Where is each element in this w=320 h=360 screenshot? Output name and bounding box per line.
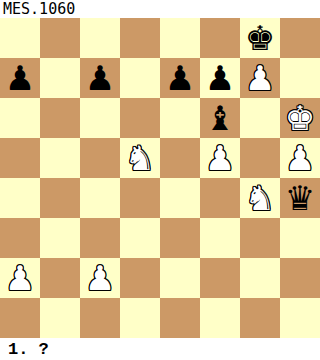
white-knight-icon: ♞ xyxy=(125,141,155,175)
square-b1[interactable] xyxy=(40,298,80,338)
square-e4[interactable] xyxy=(160,178,200,218)
square-e2[interactable] xyxy=(160,258,200,298)
diagram-title: MES.1060 xyxy=(0,0,320,18)
square-d5[interactable]: ♞ xyxy=(120,138,160,178)
square-f4[interactable] xyxy=(200,178,240,218)
black-pawn-icon: ♟ xyxy=(165,61,195,95)
square-b5[interactable] xyxy=(40,138,80,178)
square-h1[interactable] xyxy=(280,298,320,338)
black-pawn-icon: ♟ xyxy=(5,61,35,95)
square-g1[interactable] xyxy=(240,298,280,338)
white-pawn-icon: ♟ xyxy=(5,261,35,295)
square-f2[interactable] xyxy=(200,258,240,298)
square-e8[interactable] xyxy=(160,18,200,58)
square-d1[interactable] xyxy=(120,298,160,338)
square-f3[interactable] xyxy=(200,218,240,258)
square-g6[interactable] xyxy=(240,98,280,138)
black-king-icon: ♚ xyxy=(245,21,275,55)
move-prompt: 1. ? xyxy=(0,338,320,360)
square-g4[interactable]: ♞ xyxy=(240,178,280,218)
square-d3[interactable] xyxy=(120,218,160,258)
square-b3[interactable] xyxy=(40,218,80,258)
square-h4[interactable]: ♛ xyxy=(280,178,320,218)
square-a8[interactable] xyxy=(0,18,40,58)
square-e5[interactable] xyxy=(160,138,200,178)
black-pawn-icon: ♟ xyxy=(85,61,115,95)
square-f7[interactable]: ♟ xyxy=(200,58,240,98)
square-c2[interactable]: ♟ xyxy=(80,258,120,298)
black-bishop-icon: ♝ xyxy=(205,101,235,135)
square-d6[interactable] xyxy=(120,98,160,138)
square-d2[interactable] xyxy=(120,258,160,298)
white-pawn-icon: ♟ xyxy=(85,261,115,295)
square-b4[interactable] xyxy=(40,178,80,218)
square-d4[interactable] xyxy=(120,178,160,218)
square-f5[interactable]: ♟ xyxy=(200,138,240,178)
square-h5[interactable]: ♟ xyxy=(280,138,320,178)
square-d8[interactable] xyxy=(120,18,160,58)
square-a3[interactable] xyxy=(0,218,40,258)
square-h3[interactable] xyxy=(280,218,320,258)
square-h6[interactable]: ♚ xyxy=(280,98,320,138)
square-g7[interactable]: ♟ xyxy=(240,58,280,98)
square-b2[interactable] xyxy=(40,258,80,298)
square-a4[interactable] xyxy=(0,178,40,218)
square-a2[interactable]: ♟ xyxy=(0,258,40,298)
square-c1[interactable] xyxy=(80,298,120,338)
square-g5[interactable] xyxy=(240,138,280,178)
square-g2[interactable] xyxy=(240,258,280,298)
square-g3[interactable] xyxy=(240,218,280,258)
square-b8[interactable] xyxy=(40,18,80,58)
square-h8[interactable] xyxy=(280,18,320,58)
white-knight-icon: ♞ xyxy=(245,181,275,215)
square-c7[interactable]: ♟ xyxy=(80,58,120,98)
square-e7[interactable]: ♟ xyxy=(160,58,200,98)
square-b7[interactable] xyxy=(40,58,80,98)
square-a5[interactable] xyxy=(0,138,40,178)
square-g8[interactable]: ♚ xyxy=(240,18,280,58)
black-queen-icon: ♛ xyxy=(285,181,315,215)
square-c5[interactable] xyxy=(80,138,120,178)
white-king-icon: ♚ xyxy=(285,101,315,135)
square-c6[interactable] xyxy=(80,98,120,138)
square-h7[interactable] xyxy=(280,58,320,98)
square-h2[interactable] xyxy=(280,258,320,298)
square-a6[interactable] xyxy=(0,98,40,138)
square-e1[interactable] xyxy=(160,298,200,338)
chess-board: ♚♟♟♟♟♟♝♚♞♟♟♞♛♟♟ xyxy=(0,18,320,338)
square-c3[interactable] xyxy=(80,218,120,258)
white-pawn-icon: ♟ xyxy=(245,61,275,95)
square-a1[interactable] xyxy=(0,298,40,338)
square-f1[interactable] xyxy=(200,298,240,338)
square-e3[interactable] xyxy=(160,218,200,258)
square-d7[interactable] xyxy=(120,58,160,98)
square-f6[interactable]: ♝ xyxy=(200,98,240,138)
black-pawn-icon: ♟ xyxy=(205,61,235,95)
square-c4[interactable] xyxy=(80,178,120,218)
white-pawn-icon: ♟ xyxy=(205,141,235,175)
white-pawn-icon: ♟ xyxy=(285,141,315,175)
square-e6[interactable] xyxy=(160,98,200,138)
square-c8[interactable] xyxy=(80,18,120,58)
square-a7[interactable]: ♟ xyxy=(0,58,40,98)
square-b6[interactable] xyxy=(40,98,80,138)
square-f8[interactable] xyxy=(200,18,240,58)
